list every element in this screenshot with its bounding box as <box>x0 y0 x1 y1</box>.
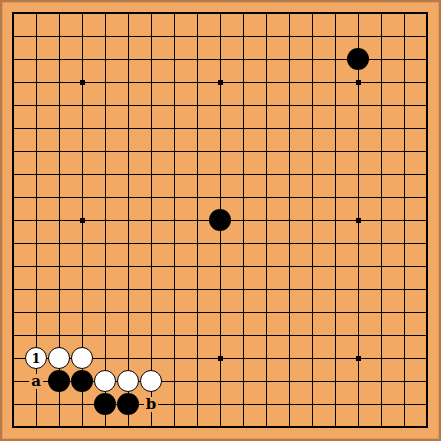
stone-white-B4[interactable]: 1 <box>25 347 48 370</box>
white-stone <box>48 347 70 369</box>
star-point <box>71 71 94 94</box>
star-point-dot <box>218 356 223 361</box>
black-stone <box>347 48 369 70</box>
black-stone <box>48 370 70 392</box>
white-stone <box>71 347 93 369</box>
star-point <box>71 209 94 232</box>
point-label-a-B3[interactable]: a <box>25 370 48 393</box>
stone-black-Q17[interactable] <box>347 48 370 71</box>
star-point-dot <box>356 356 361 361</box>
black-stone <box>209 209 231 231</box>
star-point-dot <box>356 218 361 223</box>
black-stone <box>94 393 116 415</box>
point-label-b-G2[interactable]: b <box>140 393 163 416</box>
stone-white-F3[interactable] <box>117 370 140 393</box>
black-stone <box>117 393 139 415</box>
point-label-text: b <box>144 397 159 412</box>
black-stone <box>71 370 93 392</box>
stone-black-F2[interactable] <box>117 393 140 416</box>
point-label-text: a <box>29 374 43 389</box>
star-point <box>347 71 370 94</box>
white-stone <box>94 370 116 392</box>
white-stone <box>140 370 162 392</box>
star-point-dot <box>80 218 85 223</box>
white-stone: 1 <box>25 347 47 369</box>
stone-black-C3[interactable] <box>48 370 71 393</box>
white-stone <box>117 370 139 392</box>
stone-black-D3[interactable] <box>71 370 94 393</box>
star-point <box>347 209 370 232</box>
stone-white-G3[interactable] <box>140 370 163 393</box>
stone-black-E2[interactable] <box>94 393 117 416</box>
star-point-dot <box>80 80 85 85</box>
stone-white-D4[interactable] <box>71 347 94 370</box>
go-board[interactable]: 1ab <box>0 0 441 441</box>
stone-white-E3[interactable] <box>94 370 117 393</box>
star-point <box>209 71 232 94</box>
star-point-dot <box>218 80 223 85</box>
stone-white-C4[interactable] <box>48 347 71 370</box>
star-point <box>347 347 370 370</box>
star-point <box>209 347 232 370</box>
stone-black-K10[interactable] <box>209 209 232 232</box>
board-stones-layer: 1ab <box>2 2 439 439</box>
star-point-dot <box>356 80 361 85</box>
